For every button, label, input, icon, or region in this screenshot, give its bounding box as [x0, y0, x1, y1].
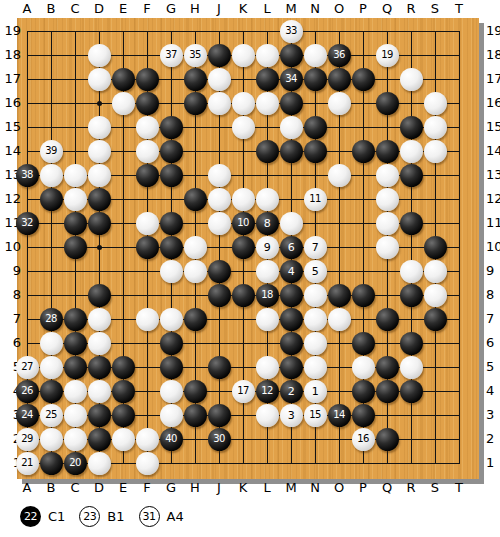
stone-black-M4: 2	[280, 380, 303, 403]
stone-white-N18	[304, 44, 327, 67]
stone-white-E16	[112, 92, 135, 115]
stone-white-Q18: 19	[376, 44, 399, 67]
stone-white-L10: 9	[256, 236, 279, 259]
coord-bottom-T: T	[447, 481, 471, 495]
move-number-label: 40	[165, 434, 177, 444]
stone-black-G13	[160, 164, 183, 187]
stone-white-B14: 39	[40, 140, 63, 163]
caption-stone-white-23: 23	[79, 506, 100, 527]
stone-black-M5	[280, 356, 303, 379]
coord-right-13: 13	[486, 168, 500, 182]
stone-black-R11	[400, 212, 423, 235]
stone-black-R8	[400, 284, 423, 307]
coord-left-10: 10	[1, 240, 21, 254]
stone-white-D13	[88, 164, 111, 187]
coord-bottom-K: K	[231, 481, 255, 495]
coord-top-R: R	[399, 2, 423, 16]
move-number-label: 11	[309, 194, 321, 204]
stone-black-J3	[208, 404, 231, 427]
stone-white-M15	[280, 116, 303, 139]
stone-white-M11	[280, 212, 303, 235]
stone-white-Q11	[376, 212, 399, 235]
stone-white-K12	[232, 188, 255, 211]
stone-white-E2	[112, 428, 135, 451]
stone-white-C13	[64, 164, 87, 187]
stone-black-K11: 10	[232, 212, 255, 235]
star-point-D16	[97, 101, 102, 106]
coord-right-15: 15	[486, 120, 500, 134]
stone-black-K8	[232, 284, 255, 307]
stone-white-R17	[400, 68, 423, 91]
stone-white-R5	[400, 356, 423, 379]
move-number-label: 37	[165, 50, 177, 60]
stone-black-G15	[160, 116, 183, 139]
stone-white-P5	[352, 356, 375, 379]
coord-top-G: G	[159, 2, 183, 16]
stone-black-P8	[352, 284, 375, 307]
stone-black-J2: 30	[208, 428, 231, 451]
stone-black-M18	[280, 44, 303, 67]
move-number-label: 38	[21, 170, 33, 180]
stone-white-B3: 25	[40, 404, 63, 427]
move-number-label: 34	[285, 74, 297, 84]
stone-white-S8	[424, 284, 447, 307]
stone-black-A13: 38	[16, 164, 39, 187]
stone-white-H18: 35	[184, 44, 207, 67]
stone-black-C6	[64, 332, 87, 355]
move-number-label: 29	[21, 434, 33, 444]
stone-white-N6	[304, 332, 327, 355]
coord-top-E: E	[111, 2, 135, 16]
stone-black-A3: 24	[16, 404, 39, 427]
move-number-label: 36	[333, 50, 345, 60]
coord-bottom-G: G	[159, 481, 183, 495]
stone-black-P4	[352, 380, 375, 403]
stone-white-F15	[136, 116, 159, 139]
stone-white-N8	[304, 284, 327, 307]
coord-right-12: 12	[486, 192, 500, 206]
coord-right-3: 3	[486, 408, 500, 422]
stone-white-M3: 3	[280, 404, 303, 427]
move-number-label: 39	[45, 146, 57, 156]
coord-right-1: 1	[486, 456, 500, 470]
coord-top-C: C	[63, 2, 87, 16]
stone-white-D15	[88, 116, 111, 139]
coord-left-12: 12	[1, 192, 21, 206]
stone-black-G5	[160, 356, 183, 379]
stone-black-M10: 6	[280, 236, 303, 259]
move-number-label: 35	[189, 50, 201, 60]
coord-right-11: 11	[486, 216, 500, 230]
stone-black-N15	[304, 116, 327, 139]
coord-right-5: 5	[486, 360, 500, 374]
stone-black-P6	[352, 332, 375, 355]
stone-white-C12	[64, 188, 87, 211]
move-number-label: 15	[309, 410, 321, 420]
stone-white-N4: 1	[304, 380, 327, 403]
coord-right-9: 9	[486, 264, 500, 278]
stone-white-C2	[64, 428, 87, 451]
stone-white-D6	[88, 332, 111, 355]
coord-left-16: 16	[1, 96, 21, 110]
stone-white-K18	[232, 44, 255, 67]
stone-black-J5	[208, 356, 231, 379]
coord-top-T: T	[447, 2, 471, 16]
stone-white-N12: 11	[304, 188, 327, 211]
stone-black-D8	[88, 284, 111, 307]
stone-black-D12	[88, 188, 111, 211]
stone-white-N10: 7	[304, 236, 327, 259]
stone-white-D1	[88, 452, 111, 475]
stone-black-C7	[64, 308, 87, 331]
stone-black-L14	[256, 140, 279, 163]
move-number-label: 30	[213, 434, 225, 444]
caption-stone-black-22: 22	[20, 506, 41, 527]
stone-black-D5	[88, 356, 111, 379]
stone-black-H17	[184, 68, 207, 91]
stone-black-M17: 34	[280, 68, 303, 91]
coord-bottom-E: E	[111, 481, 135, 495]
coord-right-17: 17	[486, 72, 500, 86]
move-number-label: 24	[21, 410, 33, 420]
coord-right-10: 10	[486, 240, 500, 254]
stone-black-L17	[256, 68, 279, 91]
stone-black-Q14	[376, 140, 399, 163]
stone-black-O8	[328, 284, 351, 307]
stone-white-R14	[400, 140, 423, 163]
stone-black-H7	[184, 308, 207, 331]
stone-black-C11	[64, 212, 87, 235]
stone-white-G3	[160, 404, 183, 427]
stone-white-D17	[88, 68, 111, 91]
stone-black-K10	[232, 236, 255, 259]
stone-white-F11	[136, 212, 159, 235]
stone-white-F7	[136, 308, 159, 331]
coord-right-4: 4	[486, 384, 500, 398]
stone-black-C1: 20	[64, 452, 87, 475]
stone-black-Q4	[376, 380, 399, 403]
stone-black-B12	[40, 188, 63, 211]
move-number-label: 18	[261, 290, 273, 300]
stone-black-R15	[400, 116, 423, 139]
stone-white-J12	[208, 188, 231, 211]
stone-white-K16	[232, 92, 255, 115]
coord-top-A: A	[15, 2, 39, 16]
stone-black-B4	[40, 380, 63, 403]
stone-black-E17	[112, 68, 135, 91]
stone-black-C5	[64, 356, 87, 379]
coord-top-N: N	[303, 2, 327, 16]
move-number-label: 2	[288, 386, 295, 397]
coord-bottom-H: H	[183, 481, 207, 495]
move-number-label: 4	[288, 266, 295, 277]
stone-black-L8: 18	[256, 284, 279, 307]
stone-black-F13	[136, 164, 159, 187]
move-number-label: 8	[264, 218, 271, 229]
stone-white-B5	[40, 356, 63, 379]
stone-black-L4: 12	[256, 380, 279, 403]
move-number-label: 21	[21, 458, 33, 468]
stone-black-R6	[400, 332, 423, 355]
stone-black-H3	[184, 404, 207, 427]
move-number-label: 16	[357, 434, 369, 444]
move-number-label: 26	[21, 386, 33, 396]
move-number-label: 7	[312, 242, 319, 253]
stone-black-F16	[136, 92, 159, 115]
coord-top-P: P	[351, 2, 375, 16]
stone-white-F2	[136, 428, 159, 451]
coord-left-19: 19	[1, 24, 21, 38]
stone-white-H10	[184, 236, 207, 259]
stone-white-F14	[136, 140, 159, 163]
stone-white-N3: 15	[304, 404, 327, 427]
stone-black-F17	[136, 68, 159, 91]
coord-left-15: 15	[1, 120, 21, 134]
coord-bottom-M: M	[279, 481, 303, 495]
stone-white-J17	[208, 68, 231, 91]
stone-white-K4: 17	[232, 380, 255, 403]
coord-bottom-A: A	[15, 481, 39, 495]
stone-white-L5	[256, 356, 279, 379]
stone-white-S16	[424, 92, 447, 115]
coord-right-8: 8	[486, 288, 500, 302]
coord-left-7: 7	[1, 312, 21, 326]
move-number-label: 14	[333, 410, 345, 420]
move-number-label: 32	[21, 218, 33, 228]
stone-white-D18	[88, 44, 111, 67]
coord-top-J: J	[207, 2, 231, 16]
coord-right-19: 19	[486, 24, 500, 38]
caption-stone-white-31: 31	[139, 506, 160, 527]
caption-moves-played-elsewhere: 22C123B131A4	[20, 504, 198, 528]
stone-black-S10	[424, 236, 447, 259]
stone-black-Q5	[376, 356, 399, 379]
move-number-label: 33	[285, 26, 297, 36]
move-number-label: 12	[261, 386, 273, 396]
stone-black-G11	[160, 212, 183, 235]
stone-black-O18: 36	[328, 44, 351, 67]
stone-white-H9	[184, 260, 207, 283]
move-number-label: 20	[69, 458, 81, 468]
coord-right-18: 18	[486, 48, 500, 62]
stone-white-F1	[136, 452, 159, 475]
stone-white-S15	[424, 116, 447, 139]
stone-black-P3	[352, 404, 375, 427]
stone-black-S7	[424, 308, 447, 331]
coord-right-14: 14	[486, 144, 500, 158]
stone-black-J8	[208, 284, 231, 307]
move-number-label: 25	[45, 410, 57, 420]
stone-black-H16	[184, 92, 207, 115]
coord-bottom-F: F	[135, 481, 159, 495]
stone-black-R13	[400, 164, 423, 187]
stone-white-P2: 16	[352, 428, 375, 451]
stone-white-D4	[88, 380, 111, 403]
stone-white-B2	[40, 428, 63, 451]
stone-white-M19: 33	[280, 20, 303, 43]
caption-point-label-C1: C1	[48, 509, 65, 524]
stone-white-G18: 37	[160, 44, 183, 67]
stone-white-G4	[160, 380, 183, 403]
coord-left-9: 9	[1, 264, 21, 278]
stone-white-J11	[208, 212, 231, 235]
coord-bottom-B: B	[39, 481, 63, 495]
coord-right-2: 2	[486, 432, 500, 446]
coord-top-L: L	[255, 2, 279, 16]
stone-white-S14	[424, 140, 447, 163]
coord-top-F: F	[135, 2, 159, 16]
stone-white-O16	[328, 92, 351, 115]
stone-white-N7	[304, 308, 327, 331]
coord-bottom-J: J	[207, 481, 231, 495]
stone-black-E3	[112, 404, 135, 427]
coord-top-O: O	[327, 2, 351, 16]
stone-black-E5	[112, 356, 135, 379]
stone-black-J9	[208, 260, 231, 283]
stone-white-L7	[256, 308, 279, 331]
coord-top-K: K	[231, 2, 255, 16]
stone-white-Q12	[376, 188, 399, 211]
stone-black-R4	[400, 380, 423, 403]
stone-black-M9: 4	[280, 260, 303, 283]
stone-black-B1	[40, 452, 63, 475]
stone-white-K15	[232, 116, 255, 139]
stone-white-G7	[160, 308, 183, 331]
stone-white-R9	[400, 260, 423, 283]
star-point-D10	[97, 245, 102, 250]
move-number-label: 17	[237, 386, 249, 396]
stone-white-D14	[88, 140, 111, 163]
stone-black-J18	[208, 44, 231, 67]
stone-black-H12	[184, 188, 207, 211]
stone-black-A4: 26	[16, 380, 39, 403]
coord-bottom-L: L	[255, 481, 279, 495]
stone-white-A1: 21	[16, 452, 39, 475]
coord-top-H: H	[183, 2, 207, 16]
move-number-label: 10	[237, 218, 249, 228]
stone-black-B7: 28	[40, 308, 63, 331]
stone-white-B6	[40, 332, 63, 355]
stone-black-M8	[280, 284, 303, 307]
coord-bottom-P: P	[351, 481, 375, 495]
coord-bottom-C: C	[63, 481, 87, 495]
move-number-label: 19	[381, 50, 393, 60]
stone-white-S9	[424, 260, 447, 283]
stone-black-G10	[160, 236, 183, 259]
move-number-label: 28	[45, 314, 57, 324]
stone-white-J16	[208, 92, 231, 115]
stone-black-M6	[280, 332, 303, 355]
stone-white-A2: 29	[16, 428, 39, 451]
stone-white-O13	[328, 164, 351, 187]
stone-white-B13	[40, 164, 63, 187]
stone-white-C4	[64, 380, 87, 403]
move-number-label: 1	[312, 386, 319, 397]
stone-white-J13	[208, 164, 231, 187]
stone-black-Q7	[376, 308, 399, 331]
stone-black-L11: 8	[256, 212, 279, 235]
coord-left-18: 18	[1, 48, 21, 62]
stone-black-D11	[88, 212, 111, 235]
stone-white-Q13	[376, 164, 399, 187]
stone-black-Q2	[376, 428, 399, 451]
coord-top-S: S	[423, 2, 447, 16]
stone-black-M14	[280, 140, 303, 163]
stone-black-N14	[304, 140, 327, 163]
stone-white-G9	[160, 260, 183, 283]
coord-bottom-N: N	[303, 481, 327, 495]
coord-bottom-S: S	[423, 481, 447, 495]
coord-top-B: B	[39, 2, 63, 16]
coord-top-M: M	[279, 2, 303, 16]
stone-black-O17	[328, 68, 351, 91]
stone-black-M7	[280, 308, 303, 331]
coord-bottom-Q: Q	[375, 481, 399, 495]
move-number-label: 27	[21, 362, 33, 372]
coord-left-14: 14	[1, 144, 21, 158]
coord-right-6: 6	[486, 336, 500, 350]
stone-white-D7	[88, 308, 111, 331]
coord-top-Q: Q	[375, 2, 399, 16]
go-diagram-page: AABBCCDDEEFFGGHHJJKKLLMMNNOOPPQQRRSSTT19…	[0, 0, 500, 537]
stone-black-G2: 40	[160, 428, 183, 451]
stone-white-Q10	[376, 236, 399, 259]
stone-white-L16	[256, 92, 279, 115]
stone-white-N9: 5	[304, 260, 327, 283]
coord-right-16: 16	[486, 96, 500, 110]
move-number-label: 6	[288, 242, 295, 253]
caption-point-label-A4: A4	[167, 509, 184, 524]
stone-black-C10	[64, 236, 87, 259]
stone-black-G6	[160, 332, 183, 355]
coord-bottom-R: R	[399, 481, 423, 495]
stone-black-E4	[112, 380, 135, 403]
stone-black-H4	[184, 380, 207, 403]
move-number-label: 3	[288, 410, 295, 421]
stone-white-C3	[64, 404, 87, 427]
stone-white-O7	[328, 308, 351, 331]
stone-black-D2	[88, 428, 111, 451]
stone-black-D3	[88, 404, 111, 427]
stone-white-L3	[256, 404, 279, 427]
stone-white-L9	[256, 260, 279, 283]
coord-left-8: 8	[1, 288, 21, 302]
coord-left-6: 6	[1, 336, 21, 350]
coord-right-7: 7	[486, 312, 500, 326]
caption-point-label-B1: B1	[107, 509, 124, 524]
move-number-label: 5	[312, 266, 319, 277]
stone-black-M16	[280, 92, 303, 115]
coord-left-17: 17	[1, 72, 21, 86]
coord-bottom-O: O	[327, 481, 351, 495]
stone-black-P17	[352, 68, 375, 91]
stone-white-L18	[256, 44, 279, 67]
stone-black-N17	[304, 68, 327, 91]
stone-white-N5	[304, 356, 327, 379]
stone-black-F10	[136, 236, 159, 259]
coord-bottom-D: D	[87, 481, 111, 495]
move-number-label: 9	[264, 242, 271, 253]
stone-black-G14	[160, 140, 183, 163]
stone-black-Q16	[376, 92, 399, 115]
stone-white-A5: 27	[16, 356, 39, 379]
stone-black-P14	[352, 140, 375, 163]
coord-top-D: D	[87, 2, 111, 16]
stone-white-L12	[256, 188, 279, 211]
stone-black-O3: 14	[328, 404, 351, 427]
stone-black-A11: 32	[16, 212, 39, 235]
